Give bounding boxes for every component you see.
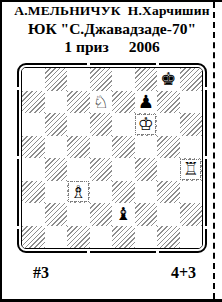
material-count-label: 4+3 [171,264,196,282]
square-e3 [112,181,135,204]
stipulation-label: #3 [33,264,49,282]
square-a5 [22,136,45,159]
square-b4 [45,158,68,181]
square-g6 [157,113,180,136]
square-d1 [90,226,113,249]
square-e5 [112,136,135,159]
square-a8 [22,68,45,91]
square-a3 [22,181,45,204]
border-gap [14,226,20,229]
author-1: А.МЕЛЬНИЧУК [14,3,120,19]
square-g5 [157,136,180,159]
square-c2 [67,203,90,226]
square-a4 [22,158,45,181]
year-label: 2006 [129,38,160,56]
tourney-title: ЮК "С.Джавадзаде-70" [2,20,222,38]
square-h3 [180,181,203,204]
square-b5 [45,136,68,159]
square-b3 [45,181,68,204]
square-a2 [22,203,45,226]
square-g8: ♚ [157,68,180,91]
border-gap [204,87,210,90]
black-king: ♚ [159,70,178,89]
square-b8 [45,68,68,91]
square-d4 [90,158,113,181]
board-frame: ♚♘♟♔♖♗♝ [17,63,207,253]
square-f7: ♟ [135,91,158,114]
square-c1 [67,226,90,249]
square-g2 [157,203,180,226]
square-d8 [90,68,113,91]
square-g1 [157,226,180,249]
square-c7 [67,91,90,114]
border-gap [156,60,159,66]
square-g4 [157,158,180,181]
problem-card: А.МЕЛЬНИЧУК Н.Харчишин ЮК "С.Джавадзаде-… [0,0,222,302]
square-h8 [180,68,203,91]
award-line: 1 приз 2006 [2,38,222,56]
square-g7 [157,91,180,114]
square-e1 [112,226,135,249]
square-b1 [45,226,68,249]
square-c5 [67,136,90,159]
square-h6 [180,113,203,136]
square-e7 [112,91,135,114]
board: ♚♘♟♔♖♗♝ [22,68,202,248]
square-f1 [135,226,158,249]
border-gap [204,226,210,229]
square-e2: ♝ [112,203,135,226]
square-c6 [67,113,90,136]
white-rook: ♖ [181,160,200,179]
square-d3 [90,181,113,204]
board-border-inner: ♚♘♟♔♖♗♝ [21,67,203,249]
square-e8 [112,68,135,91]
square-h7 [180,91,203,114]
border-gap [87,250,90,256]
square-d2 [90,203,113,226]
square-h2 [180,203,203,226]
square-a1 [22,226,45,249]
square-h5 [180,136,203,159]
white-knight: ♘ [91,92,110,111]
square-d7: ♘ [90,91,113,114]
square-h4: ♖ [180,158,203,181]
square-b6 [45,113,68,136]
square-f3 [135,181,158,204]
square-g3 [157,181,180,204]
square-e4 [112,158,135,181]
prize-label: 1 приз [64,38,108,56]
square-d5 [90,136,113,159]
square-f6: ♔ [135,113,158,136]
square-h1 [180,226,203,249]
footer: #3 4+3 [2,264,222,282]
square-f5 [135,136,158,159]
square-a7 [22,91,45,114]
black-bishop: ♝ [114,205,133,224]
black-pawn: ♟ [136,92,155,111]
square-d6 [90,113,113,136]
square-b7 [45,91,68,114]
square-b2 [45,203,68,226]
author-2: Н.Харчишин [128,3,210,19]
border-gap [14,87,20,90]
border-gap [156,250,159,256]
square-c8 [67,68,90,91]
header: А.МЕЛЬНИЧУК Н.Харчишин ЮК "С.Джавадзаде-… [2,2,222,56]
border-gap [14,156,20,159]
square-f4 [135,158,158,181]
square-a6 [22,113,45,136]
square-c3: ♗ [67,181,90,204]
square-c4 [67,158,90,181]
white-king: ♔ [136,115,155,134]
square-f8 [135,68,158,91]
square-e6 [112,113,135,136]
border-gap [87,60,90,66]
dashed-cut-line [213,2,215,299]
white-bishop: ♗ [69,182,88,201]
board-area: ♚♘♟♔♖♗♝ [17,63,207,253]
authors-line: А.МЕЛЬНИЧУК Н.Харчишин [2,3,222,19]
border-gap [204,156,210,159]
square-f2 [135,203,158,226]
